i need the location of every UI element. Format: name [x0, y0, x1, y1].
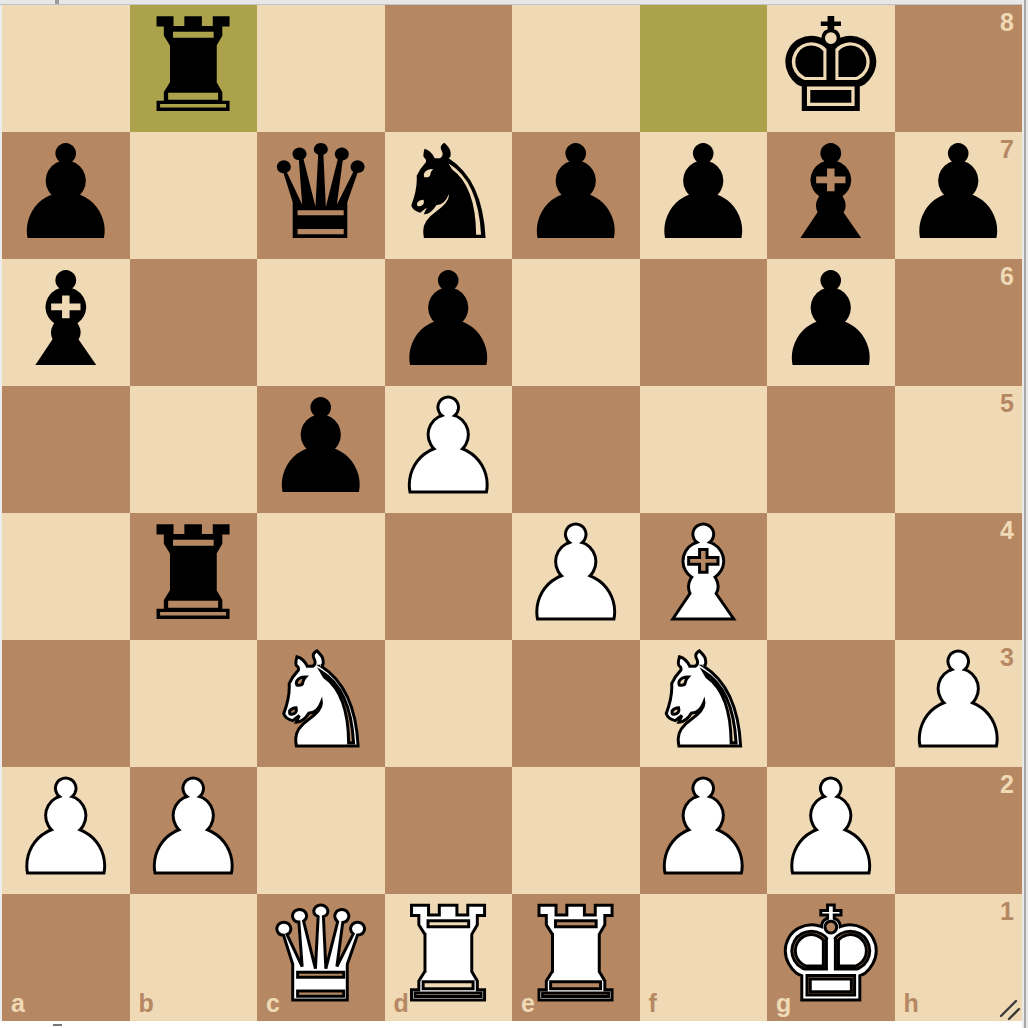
black-pawn[interactable]: ♟: [517, 130, 634, 257]
square-b6[interactable]: [130, 259, 258, 386]
rank-label-8: 8: [1000, 10, 1014, 35]
white-knight[interactable]: ♞: [262, 638, 379, 765]
black-pawn[interactable]: ♟: [900, 130, 1017, 257]
square-c1[interactable]: ♛c: [257, 894, 385, 1021]
square-f2[interactable]: ♟: [640, 767, 768, 894]
square-e6[interactable]: [512, 259, 640, 386]
square-g5[interactable]: [767, 386, 895, 513]
square-e2[interactable]: [512, 767, 640, 894]
square-a7[interactable]: ♟: [2, 132, 130, 259]
black-rook[interactable]: ♜: [135, 3, 252, 130]
square-c8[interactable]: [257, 5, 385, 132]
square-d1[interactable]: ♜d: [385, 894, 513, 1021]
white-rook[interactable]: ♜: [390, 892, 507, 1019]
white-king[interactable]: ♚: [772, 892, 889, 1019]
rank-label-5: 5: [1000, 391, 1014, 416]
black-rook[interactable]: ♜: [135, 511, 252, 638]
black-pawn[interactable]: ♟: [262, 384, 379, 511]
white-rook[interactable]: ♜: [517, 892, 634, 1019]
square-e7[interactable]: ♟: [512, 132, 640, 259]
square-e8[interactable]: [512, 5, 640, 132]
rank-label-4: 4: [1000, 518, 1014, 543]
square-c5[interactable]: ♟: [257, 386, 385, 513]
top-edge-notch: [55, 0, 59, 4]
square-h7[interactable]: ♟7: [895, 132, 1023, 259]
square-a1[interactable]: a: [2, 894, 130, 1021]
square-e1[interactable]: ♜e: [512, 894, 640, 1021]
white-knight[interactable]: ♞: [645, 638, 762, 765]
square-c4[interactable]: [257, 513, 385, 640]
white-bishop[interactable]: ♝: [645, 511, 762, 638]
file-label-h: h: [904, 991, 919, 1016]
square-d3[interactable]: [385, 640, 513, 767]
square-h2[interactable]: 2: [895, 767, 1023, 894]
white-pawn[interactable]: ♟: [645, 765, 762, 892]
square-c6[interactable]: [257, 259, 385, 386]
square-a3[interactable]: [2, 640, 130, 767]
square-e3[interactable]: [512, 640, 640, 767]
square-c7[interactable]: ♛: [257, 132, 385, 259]
square-f8[interactable]: [640, 5, 768, 132]
square-a5[interactable]: [2, 386, 130, 513]
white-pawn[interactable]: ♟: [7, 765, 124, 892]
black-bishop[interactable]: ♝: [772, 130, 889, 257]
white-pawn[interactable]: ♟: [900, 638, 1017, 765]
square-b8[interactable]: ♜: [130, 5, 258, 132]
file-label-f: f: [649, 991, 657, 1016]
square-a8[interactable]: [2, 5, 130, 132]
square-b2[interactable]: ♟: [130, 767, 258, 894]
page-bottom-strip: [0, 1021, 1022, 1028]
square-g2[interactable]: ♟: [767, 767, 895, 894]
square-d4[interactable]: [385, 513, 513, 640]
file-label-a: a: [11, 991, 25, 1016]
square-g3[interactable]: [767, 640, 895, 767]
white-queen[interactable]: ♛: [262, 892, 379, 1019]
square-d6[interactable]: ♟: [385, 259, 513, 386]
square-e4[interactable]: ♟: [512, 513, 640, 640]
square-b7[interactable]: [130, 132, 258, 259]
square-d5[interactable]: ♟: [385, 386, 513, 513]
square-g8[interactable]: ♚: [767, 5, 895, 132]
black-pawn[interactable]: ♟: [7, 130, 124, 257]
square-b5[interactable]: [130, 386, 258, 513]
square-a2[interactable]: ♟: [2, 767, 130, 894]
square-h3[interactable]: ♟3: [895, 640, 1023, 767]
square-f1[interactable]: f: [640, 894, 768, 1021]
square-b1[interactable]: b: [130, 894, 258, 1021]
black-pawn[interactable]: ♟: [390, 257, 507, 384]
black-knight[interactable]: ♞: [390, 130, 507, 257]
square-a6[interactable]: ♝: [2, 259, 130, 386]
white-pawn[interactable]: ♟: [517, 511, 634, 638]
square-h8[interactable]: 8: [895, 5, 1023, 132]
black-queen[interactable]: ♛: [262, 130, 379, 257]
square-h6[interactable]: 6: [895, 259, 1023, 386]
square-f7[interactable]: ♟: [640, 132, 768, 259]
white-pawn[interactable]: ♟: [135, 765, 252, 892]
square-c3[interactable]: ♞: [257, 640, 385, 767]
square-g7[interactable]: ♝: [767, 132, 895, 259]
black-king[interactable]: ♚: [772, 3, 889, 130]
page-right-strip: [1022, 0, 1028, 1028]
square-g4[interactable]: [767, 513, 895, 640]
square-f4[interactable]: ♝: [640, 513, 768, 640]
square-h4[interactable]: 4: [895, 513, 1023, 640]
white-pawn[interactable]: ♟: [390, 384, 507, 511]
board-resize-handle[interactable]: [999, 999, 1021, 1021]
square-d8[interactable]: [385, 5, 513, 132]
square-d2[interactable]: [385, 767, 513, 894]
scrollbar-line: [1024, 0, 1026, 1028]
square-f5[interactable]: [640, 386, 768, 513]
black-bishop[interactable]: ♝: [7, 257, 124, 384]
square-e5[interactable]: [512, 386, 640, 513]
rank-label-1: 1: [1000, 899, 1014, 924]
square-g6[interactable]: ♟: [767, 259, 895, 386]
chess-board[interactable]: ♜♚8♟♛♞♟♟♝♟7♝♟♟6♟♟5♜♟♝4♞♞♟3♟♟♟♟2ab♛c♜d♜ef…: [2, 5, 1022, 1021]
square-a4[interactable]: [2, 513, 130, 640]
black-pawn[interactable]: ♟: [645, 130, 762, 257]
square-d7[interactable]: ♞: [385, 132, 513, 259]
black-pawn[interactable]: ♟: [772, 257, 889, 384]
rank-label-2: 2: [1000, 772, 1014, 797]
square-h5[interactable]: 5: [895, 386, 1023, 513]
square-b4[interactable]: ♜: [130, 513, 258, 640]
rank-label-6: 6: [1000, 264, 1014, 289]
file-label-b: b: [139, 991, 154, 1016]
square-f6[interactable]: [640, 259, 768, 386]
white-pawn[interactable]: ♟: [772, 765, 889, 892]
square-f3[interactable]: ♞: [640, 640, 768, 767]
bottom-edge-notch: [53, 1024, 62, 1026]
square-g1[interactable]: ♚g: [767, 894, 895, 1021]
square-b3[interactable]: [130, 640, 258, 767]
square-c2[interactable]: [257, 767, 385, 894]
